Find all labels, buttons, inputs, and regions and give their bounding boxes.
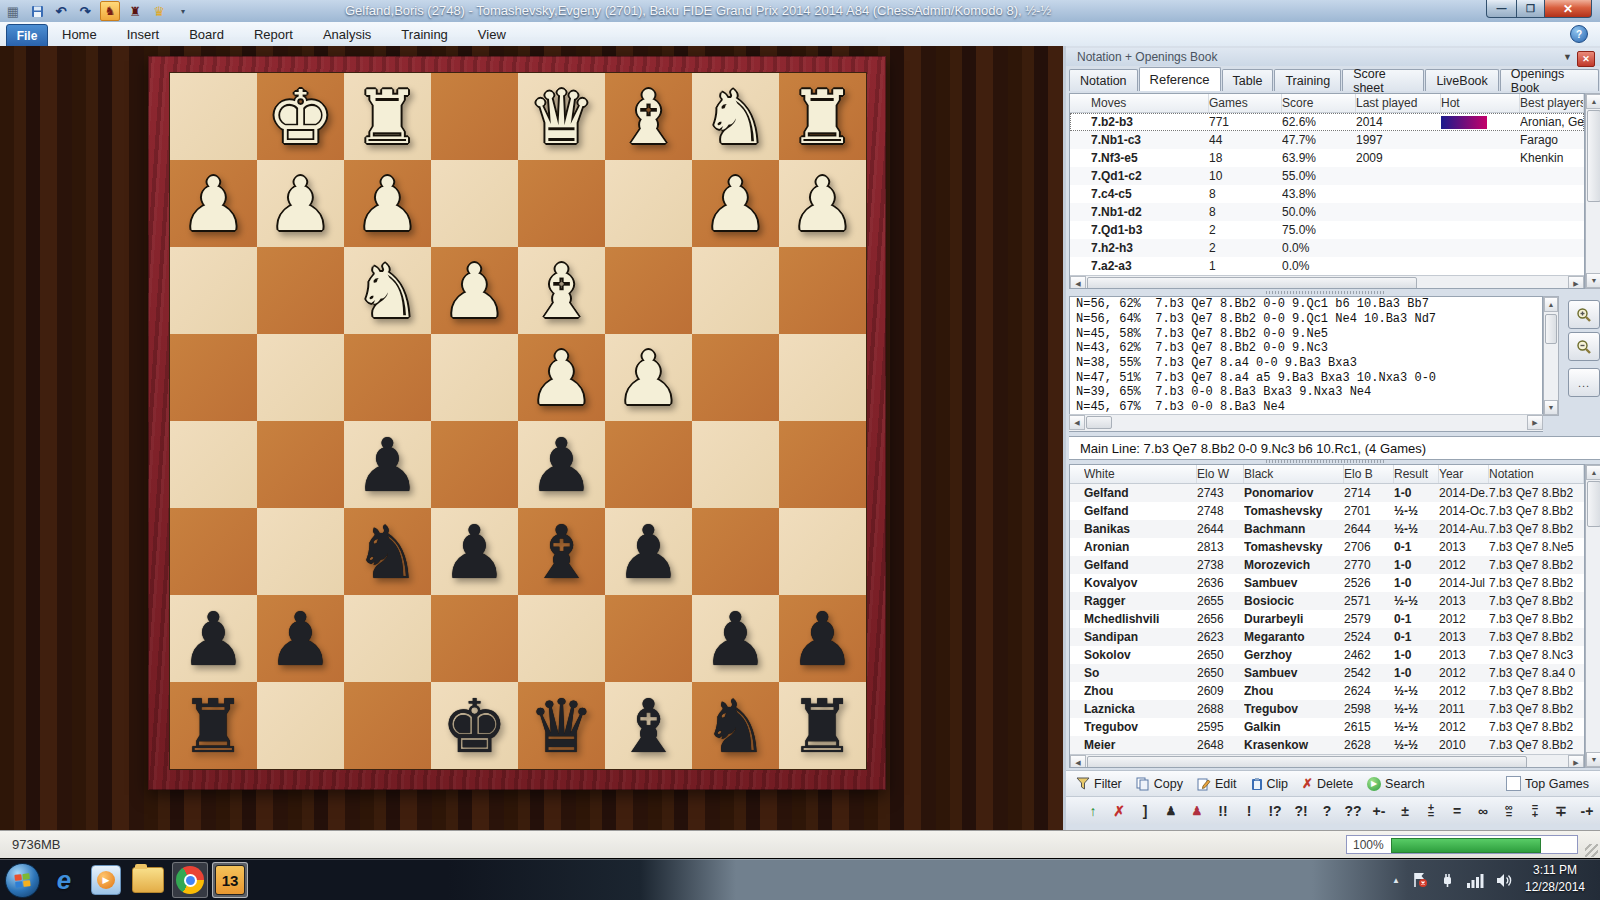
zoom-out-button[interactable]: [1568, 332, 1600, 361]
game-row[interactable]: Tregubov2595Galkin2615½-½20127.b3 Qe7 8.…: [1070, 718, 1584, 736]
square-d5[interactable]: ♟: [518, 421, 605, 508]
square-f8[interactable]: [344, 682, 431, 769]
white-pawn[interactable]: ♟: [789, 167, 855, 241]
result-cell: ½-½: [1394, 738, 1439, 752]
main-line-text: Main Line: 7.b3 Qe7 8.Bb2 0-0 9.Nc3 b6 1…: [1080, 441, 1426, 456]
square-c6[interactable]: ♟: [605, 508, 692, 595]
annotation-symbol-button[interactable]: ??: [1340, 804, 1366, 818]
tab-openings-book[interactable]: Openings Book: [1500, 69, 1599, 91]
taskbar-chrome[interactable]: [172, 862, 208, 898]
square-d8[interactable]: ♛: [518, 682, 605, 769]
book-line[interactable]: N=56, 64% 7.b3 Qe7 8.Bb2 0-0 9.Qc1 Ne4 1…: [1070, 312, 1542, 327]
chessbase-13-icon: 13: [215, 865, 245, 895]
square-g3[interactable]: [257, 247, 344, 334]
square-a1[interactable]: ♜: [779, 73, 866, 160]
black-pawn[interactable]: ♟: [789, 602, 855, 676]
annotation-symbol-button[interactable]: -+: [1574, 804, 1600, 818]
menu-view[interactable]: View: [478, 27, 506, 42]
moves-row[interactable]: 7.Nf3-e51863.9%2009Khenkin: [1070, 149, 1584, 167]
square-f4[interactable]: [344, 334, 431, 421]
square-h4[interactable]: [170, 334, 257, 421]
annotation-symbol-button[interactable]: !: [1236, 804, 1262, 818]
square-c5[interactable]: [605, 421, 692, 508]
result-cell: 1-0: [1394, 486, 1439, 500]
last-played-cell: 1997: [1356, 133, 1441, 147]
menu-analysis[interactable]: Analysis: [323, 27, 371, 42]
book-line[interactable]: N=45, 58% 7.b3 Qe7 8.Bb2 0-0 9.Ne5: [1070, 326, 1542, 341]
square-h3[interactable]: [170, 247, 257, 334]
games-toolbar: Filter Copy Edit Clip ✗ Delete ▶ Search …: [1066, 770, 1600, 796]
scroll-right-icon[interactable]: ▶: [1568, 276, 1584, 289]
square-b5[interactable]: [692, 421, 779, 508]
splitter[interactable]: [1266, 291, 1386, 294]
taskbar-chessbase[interactable]: 13: [212, 862, 248, 898]
title-bar[interactable]: ▦ ↶ ↷ ♞ ♜ ♛ ▾ Gelfand,Boris (2748) - Tom…: [0, 0, 1600, 23]
square-g5[interactable]: [257, 421, 344, 508]
delete-button[interactable]: ✗ Delete: [1302, 776, 1353, 791]
panel-caret-icon[interactable]: ▼: [1563, 52, 1572, 62]
game-row[interactable]: Zhou2609Zhou2624½-½20127.b3 Qe7 8.Bb2: [1070, 682, 1584, 700]
black-pawn[interactable]: ♟: [267, 602, 333, 676]
white-pawn[interactable]: ♟: [441, 254, 507, 328]
black-cell: Megaranto: [1244, 630, 1344, 644]
black-pawn[interactable]: ♟: [702, 602, 768, 676]
column-header[interactable]: Notation: [1489, 465, 1584, 483]
white-rook[interactable]: ♜: [789, 80, 855, 154]
elo-w-cell: 2748: [1197, 504, 1244, 518]
annotation-symbol-button[interactable]: ∓: [1548, 804, 1574, 818]
annotation-symbol-button[interactable]: ±: [1392, 804, 1418, 818]
square-c3[interactable]: [605, 247, 692, 334]
elo-b-cell: 2542: [1344, 666, 1394, 680]
scroll-left-icon[interactable]: ◀: [1070, 276, 1086, 289]
square-e8[interactable]: ♚: [431, 682, 518, 769]
annotation-symbol-button[interactable]: ?: [1314, 804, 1340, 818]
white-queen[interactable]: ♛: [528, 80, 594, 154]
lines-scrollbar[interactable]: ▲ ▼: [1543, 296, 1559, 416]
resize-grip[interactable]: [1585, 844, 1598, 857]
taskbar: e ▶ 13 ▲ 3:11 PM 12/28/2014: [0, 858, 1600, 900]
black-pawn[interactable]: ♟: [528, 428, 594, 502]
black-pawn[interactable]: ♟: [354, 428, 420, 502]
column-header[interactable]: Moves: [1091, 94, 1209, 112]
book-line[interactable]: N=47, 51% 7.b3 Qe7 8.a4 a5 9.Ba3 Bxa3 10…: [1070, 370, 1542, 385]
annotation-symbol-button[interactable]: ∞=: [1496, 804, 1522, 818]
column-header[interactable]: Best players: [1520, 94, 1584, 112]
main-line-bar[interactable]: Main Line: 7.b3 Qe7 8.Bb2 0-0 9.Nc3 b6 1…: [1069, 436, 1600, 460]
panel-header[interactable]: Notation + Openings Book ▼ ✕: [1066, 48, 1600, 66]
annotation-symbol-button[interactable]: ✗: [1106, 804, 1132, 818]
save-icon[interactable]: [28, 2, 46, 20]
taskbar-ie[interactable]: e: [46, 862, 82, 898]
game-row[interactable]: Sandipan2623Megaranto25240-120137.b3 Qe7…: [1070, 628, 1584, 646]
black-pawn[interactable]: ♟: [180, 602, 246, 676]
square-f1[interactable]: ♜: [344, 73, 431, 160]
book-line[interactable]: N=56, 62% 7.b3 Qe7 8.Bb2 0-0 9.Qc1 b6 10…: [1070, 297, 1542, 312]
tab-table[interactable]: Table: [1222, 69, 1274, 91]
panel-close-icon[interactable]: ✕: [1577, 51, 1595, 67]
black-cell: Durarbeyli: [1244, 612, 1344, 626]
notation-cell: 7.b3 Qe7 8.Ne5: [1489, 540, 1584, 554]
white-pawn[interactable]: ♟: [267, 167, 333, 241]
notation-cell: 7.b3 Qe7 8.Bb2: [1489, 594, 1584, 608]
square-h6[interactable]: [170, 508, 257, 595]
square-e5[interactable]: [431, 421, 518, 508]
tab-training[interactable]: Training: [1274, 69, 1341, 91]
quick-access-caret-icon[interactable]: ▾: [174, 2, 192, 20]
taskbar-media-player[interactable]: ▶: [88, 862, 124, 898]
scroll-up-icon[interactable]: ▲: [1544, 297, 1558, 312]
column-header[interactable]: Games: [1209, 94, 1282, 112]
window-title: Gelfand,Boris (2748) - Tomashevsky,Evgen…: [345, 3, 1051, 18]
undo-icon[interactable]: ↶: [52, 2, 70, 20]
lines-hscrollbar[interactable]: ◀ ▶: [1069, 414, 1543, 431]
white-cell: Laznicka: [1084, 702, 1197, 716]
square-e1[interactable]: [431, 73, 518, 160]
taskbar-clock[interactable]: 3:11 PM 12/28/2014: [1516, 862, 1594, 896]
square-h2[interactable]: ♟: [170, 160, 257, 247]
games-table-scrollbar[interactable]: ▲ ▼: [1585, 464, 1600, 768]
scroll-thumb[interactable]: [1545, 314, 1557, 344]
notation-cell: 7.b3 Qe7 8.Bb2: [1489, 684, 1584, 698]
annotation-symbol-button[interactable]: ♟: [1184, 805, 1210, 817]
menu-insert[interactable]: Insert: [127, 27, 160, 42]
black-bishop[interactable]: ♝: [528, 515, 594, 589]
games-cell: 18: [1209, 151, 1282, 165]
redo-icon[interactable]: ↷: [76, 2, 94, 20]
scroll-up-icon[interactable]: ▲: [1586, 94, 1600, 109]
annotation-symbol-button[interactable]: +-: [1366, 804, 1392, 818]
game-row[interactable]: Gelfand2743Ponomariov27141-02014-De..7.b…: [1070, 484, 1584, 502]
elo-w-cell: 2650: [1197, 648, 1244, 662]
moves-row[interactable]: 7.a2-a310.0%: [1070, 257, 1584, 275]
black-cell: Tomashevsky: [1244, 540, 1344, 554]
year-cell: 2013: [1439, 540, 1489, 554]
menu-file[interactable]: File: [6, 24, 48, 47]
scroll-left-icon[interactable]: ◀: [1069, 415, 1085, 430]
square-h1[interactable]: [170, 73, 257, 160]
black-piece-icon[interactable]: ♜: [126, 2, 144, 20]
annotation-symbol-button[interactable]: !?: [1262, 804, 1288, 818]
scroll-thumb[interactable]: [1086, 416, 1112, 429]
score-cell: 0.0%: [1282, 259, 1356, 273]
best-players-cell: Khenkin: [1520, 151, 1584, 165]
scroll-thumb[interactable]: [1587, 481, 1600, 527]
chessbase-logo-icon[interactable]: ♞: [100, 1, 120, 21]
square-d3[interactable]: ♝: [518, 247, 605, 334]
game-row[interactable]: Laznicka2688Tregubov2598½-½20117.b3 Qe7 …: [1070, 700, 1584, 718]
annotation-symbol-button[interactable]: !!: [1210, 804, 1236, 818]
game-row[interactable]: Sokolov2650Gerzhoy24621-020137.b3 Qe7 8.…: [1070, 646, 1584, 664]
chess-board[interactable]: ♚♜♛♝♞♜♟♟♟♟♟♞♟♝♟♟♟♟♞♟♝♟♟♟♟♟♜♚♛♝♞♜: [169, 72, 867, 770]
year-cell: 2014-De..: [1439, 486, 1489, 500]
square-b8[interactable]: ♞: [692, 682, 779, 769]
scroll-right-icon[interactable]: ▶: [1568, 755, 1584, 768]
close-button[interactable]: ✕: [1544, 0, 1592, 18]
square-b6[interactable]: [692, 508, 779, 595]
square-g1[interactable]: ♚: [257, 73, 344, 160]
column-header[interactable]: Hot: [1441, 94, 1520, 112]
games-hscrollbar[interactable]: ◀▶: [1070, 754, 1584, 768]
scroll-down-icon[interactable]: ▼: [1586, 752, 1600, 767]
action-center-flag-icon[interactable]: [1412, 872, 1428, 888]
white-cell: Ragger: [1084, 594, 1197, 608]
column-header[interactable]: Last played: [1356, 94, 1441, 112]
scroll-down-icon[interactable]: ▼: [1586, 273, 1600, 288]
square-g8[interactable]: [257, 682, 344, 769]
white-cell: Gelfand: [1084, 486, 1197, 500]
moves-row[interactable]: 7.Nb1-c34447.7%1997Farago: [1070, 131, 1584, 149]
square-e3[interactable]: ♟: [431, 247, 518, 334]
square-d2[interactable]: [518, 160, 605, 247]
book-line[interactable]: N=43, 62% 7.b3 Qe7 8.Bb2 0-0 9.Nc3: [1070, 341, 1542, 356]
annotation-symbol-button[interactable]: =: [1444, 804, 1470, 818]
white-bishop[interactable]: ♝: [615, 80, 681, 154]
result-cell: ½-½: [1394, 594, 1439, 608]
notation-cell: 7.b3 Qe7 8.Bb2: [1489, 612, 1584, 626]
moves-row[interactable]: 7.Qd1-c21055.0%: [1070, 167, 1584, 185]
elo-b-cell: 2571: [1344, 594, 1394, 608]
menu-home[interactable]: Home: [62, 27, 97, 42]
black-cell: Sambuev: [1244, 576, 1344, 590]
status-bar: 9736MB 100%: [0, 830, 1600, 859]
progress-fill: [1391, 838, 1541, 853]
black-rook[interactable]: ♜: [180, 689, 246, 763]
app-grid-icon[interactable]: ▦: [4, 2, 22, 20]
scroll-right-icon[interactable]: ▶: [1527, 415, 1543, 430]
column-header[interactable]: Black: [1244, 465, 1344, 483]
tab-livebook[interactable]: LiveBook: [1425, 69, 1498, 91]
minimize-button[interactable]: —: [1486, 0, 1517, 18]
game-row[interactable]: Gelfand2748Tomashevsky2701½-½2014-Oc..7.…: [1070, 502, 1584, 520]
black-pawn[interactable]: ♟: [441, 515, 507, 589]
black-bishop[interactable]: ♝: [615, 689, 681, 763]
tab-notation[interactable]: Notation: [1069, 69, 1138, 91]
clip-button[interactable]: Clip: [1251, 777, 1289, 791]
game-row[interactable]: Kovalyov2636Sambuev25261-02014-Jul7.b3 Q…: [1070, 574, 1584, 592]
moves-table-scrollbar[interactable]: ▲ ▼: [1585, 93, 1600, 289]
square-d7[interactable]: [518, 595, 605, 682]
elo-b-cell: 2770: [1344, 558, 1394, 572]
tab-score-sheet[interactable]: Score sheet: [1342, 69, 1424, 91]
column-header[interactable]: Elo B: [1344, 465, 1394, 483]
square-e2[interactable]: [431, 160, 518, 247]
result-cell: ½-½: [1394, 522, 1439, 536]
white-pawn[interactable]: ♟: [615, 341, 681, 415]
square-c4[interactable]: ♟: [605, 334, 692, 421]
square-e7[interactable]: [431, 595, 518, 682]
more-options-button[interactable]: ...: [1568, 368, 1600, 397]
game-row[interactable]: Aronian2813Tomashevsky27060-120137.b3 Qe…: [1070, 538, 1584, 556]
annotation-symbol-button[interactable]: ?!: [1288, 804, 1314, 818]
square-d6[interactable]: ♝: [518, 508, 605, 595]
help-icon[interactable]: ?: [1570, 25, 1588, 43]
square-a5[interactable]: [779, 421, 866, 508]
game-row[interactable]: Meier2648Krasenkow2628½-½20107.b3 Qe7 8.…: [1070, 736, 1584, 754]
black-queen[interactable]: ♛: [528, 689, 594, 763]
square-b7[interactable]: ♟: [692, 595, 779, 682]
square-a2[interactable]: ♟: [779, 160, 866, 247]
white-pawn[interactable]: ♟: [702, 167, 768, 241]
square-b4[interactable]: [692, 334, 779, 421]
network-signal-icon[interactable]: [1467, 873, 1484, 888]
edit-button[interactable]: Edit: [1197, 777, 1237, 791]
black-rook[interactable]: ♜: [789, 689, 855, 763]
square-g7[interactable]: ♟: [257, 595, 344, 682]
elo-b-cell: 2579: [1344, 612, 1394, 626]
black-pawn[interactable]: ♟: [615, 515, 681, 589]
square-b2[interactable]: ♟: [692, 160, 779, 247]
top-games-checkbox[interactable]: Top Games: [1506, 776, 1589, 791]
ellipsis-icon: ...: [1578, 377, 1590, 389]
square-e4[interactable]: [431, 334, 518, 421]
ie-icon: e: [57, 865, 71, 896]
game-row[interactable]: Banikas2644Bachmann2644½-½2014-Au..7.b3 …: [1070, 520, 1584, 538]
column-header[interactable]: Year: [1439, 465, 1489, 483]
white-king[interactable]: ♚: [267, 80, 333, 154]
book-line[interactable]: N=38, 55% 7.b3 Qe7 8.a4 0-0 9.Ba3 Bxa3: [1070, 356, 1542, 371]
square-g4[interactable]: [257, 334, 344, 421]
notation-cell: 7.b3 Qe7 8.a4 0: [1489, 666, 1584, 680]
annotation-symbol-button[interactable]: ↑: [1080, 804, 1106, 818]
white-rook[interactable]: ♜: [354, 80, 420, 154]
square-f3[interactable]: ♞: [344, 247, 431, 334]
menu-report[interactable]: Report: [254, 27, 293, 42]
square-g2[interactable]: ♟: [257, 160, 344, 247]
square-g6[interactable]: [257, 508, 344, 595]
moves-row[interactable]: 7.c4-c5843.8%: [1070, 185, 1584, 203]
game-row[interactable]: Mchedlishvili2656Durarbeyli25790-120127.…: [1070, 610, 1584, 628]
maximize-button[interactable]: ❐: [1517, 0, 1544, 18]
hidden-icons-arrow[interactable]: ▲: [1392, 876, 1400, 885]
square-c2[interactable]: [605, 160, 692, 247]
annotation-symbol-button[interactable]: =+: [1522, 804, 1548, 818]
square-d1[interactable]: ♛: [518, 73, 605, 160]
square-a3[interactable]: [779, 247, 866, 334]
column-header[interactable]: Result: [1394, 465, 1439, 483]
memory-indicator: 9736MB: [12, 837, 60, 852]
square-f6[interactable]: ♞: [344, 508, 431, 595]
game-row[interactable]: Gelfand2738Morozevich27701-020127.b3 Qe7…: [1070, 556, 1584, 574]
white-bishop[interactable]: ♝: [528, 254, 594, 328]
elo-b-cell: 2714: [1344, 486, 1394, 500]
game-row[interactable]: Ragger2655Bosiocic2571½-½20137.b3 Qe7 8.…: [1070, 592, 1584, 610]
window-controls: — ❐ ✕: [1486, 0, 1592, 18]
square-a4[interactable]: [779, 334, 866, 421]
moves-row[interactable]: 7.b2-b377162.6%2014Aronian, Gel: [1070, 113, 1584, 131]
menu-board[interactable]: Board: [189, 27, 224, 42]
column-header[interactable]: White: [1084, 465, 1197, 483]
square-a8[interactable]: ♜: [779, 682, 866, 769]
tab-reference[interactable]: Reference: [1139, 67, 1221, 91]
notation-cell: 7.b3 Qe7 8.Bb2: [1489, 522, 1584, 536]
square-h5[interactable]: [170, 421, 257, 508]
square-h7[interactable]: ♟: [170, 595, 257, 682]
square-d4[interactable]: ♟: [518, 334, 605, 421]
filter-button[interactable]: Filter: [1076, 777, 1122, 791]
square-b1[interactable]: ♞: [692, 73, 779, 160]
elo-b-cell: 2462: [1344, 648, 1394, 662]
square-c7[interactable]: [605, 595, 692, 682]
menu-training[interactable]: Training: [401, 27, 447, 42]
score-cell: 63.9%: [1282, 151, 1356, 165]
games-cell: 8: [1209, 205, 1282, 219]
move-cell: 7.h2-h3: [1091, 241, 1209, 255]
quick-access-toolbar: ▦ ↶ ↷ ♞ ♜ ♛ ▾: [4, 1, 192, 21]
annotation-symbol-button[interactable]: +=: [1418, 804, 1444, 818]
white-knight[interactable]: ♞: [354, 254, 420, 328]
column-header[interactable]: Elo W: [1197, 465, 1244, 483]
square-f7[interactable]: [344, 595, 431, 682]
moves-row[interactable]: 7.h2-h320.0%: [1070, 239, 1584, 257]
splitter[interactable]: [1266, 460, 1386, 463]
power-plug-icon[interactable]: [1440, 872, 1455, 888]
white-pawn[interactable]: ♟: [180, 167, 246, 241]
move-cell: 7.Nf3-e5: [1091, 151, 1209, 165]
square-a6[interactable]: [779, 508, 866, 595]
start-button[interactable]: [4, 862, 40, 898]
move-cell: 7.c4-c5: [1091, 187, 1209, 201]
scroll-thumb[interactable]: [1587, 110, 1600, 202]
black-knight[interactable]: ♞: [354, 515, 420, 589]
square-c1[interactable]: ♝: [605, 73, 692, 160]
result-cell: 1-0: [1394, 648, 1439, 662]
gold-piece-icon[interactable]: ♛: [150, 2, 168, 20]
square-a7[interactable]: ♟: [779, 595, 866, 682]
black-knight[interactable]: ♞: [702, 689, 768, 763]
year-cell: 2012: [1439, 612, 1489, 626]
speaker-icon[interactable]: [1496, 873, 1512, 888]
moves-row[interactable]: 7.Nb1-d2850.0%: [1070, 203, 1584, 221]
book-line[interactable]: N=39, 65% 7.b3 0-0 8.Ba3 Bxa3 9.Nxa3 Ne4: [1070, 385, 1542, 400]
square-b3[interactable]: [692, 247, 779, 334]
scroll-left-icon[interactable]: ◀: [1070, 755, 1086, 768]
scroll-thumb[interactable]: [1087, 277, 1417, 289]
square-c8[interactable]: ♝: [605, 682, 692, 769]
search-button[interactable]: ▶ Search: [1367, 777, 1425, 791]
square-f2[interactable]: ♟: [344, 160, 431, 247]
moves-hscrollbar[interactable]: ◀▶: [1070, 275, 1584, 289]
taskbar-explorer[interactable]: [130, 862, 166, 898]
black-cell: Bosiocic: [1244, 594, 1344, 608]
column-header[interactable]: Score: [1282, 94, 1356, 112]
white-knight[interactable]: ♞: [702, 80, 768, 154]
annotation-symbol-button[interactable]: ♟: [1158, 805, 1184, 817]
copy-button[interactable]: Copy: [1136, 777, 1183, 791]
scroll-up-icon[interactable]: ▲: [1586, 465, 1600, 480]
elo-w-cell: 2609: [1197, 684, 1244, 698]
annotation-symbol-button[interactable]: ∞: [1470, 804, 1496, 818]
year-cell: 2012: [1439, 684, 1489, 698]
elo-w-cell: 2650: [1197, 666, 1244, 680]
square-f5[interactable]: ♟: [344, 421, 431, 508]
white-pawn[interactable]: ♟: [354, 167, 420, 241]
annotation-symbol-button[interactable]: ]: [1132, 804, 1158, 818]
move-cell: 7.Nb1-d2: [1091, 205, 1209, 219]
result-cell: ½-½: [1394, 684, 1439, 698]
black-king[interactable]: ♚: [441, 689, 507, 763]
square-e6[interactable]: ♟: [431, 508, 518, 595]
scroll-down-icon[interactable]: ▼: [1544, 400, 1558, 415]
zoom-in-button[interactable]: [1568, 300, 1600, 329]
moves-row[interactable]: 7.Qd1-b3275.0%: [1070, 221, 1584, 239]
scroll-thumb[interactable]: [1087, 756, 1527, 768]
white-pawn[interactable]: ♟: [528, 341, 594, 415]
book-line[interactable]: N=45, 67% 7.b3 0-0 8.Ba3 Ne4: [1070, 400, 1542, 415]
chrome-icon: [176, 866, 204, 894]
square-h8[interactable]: ♜: [170, 682, 257, 769]
game-row[interactable]: So2650Sambuev25421-020127.b3 Qe7 8.a4 0: [1070, 664, 1584, 682]
